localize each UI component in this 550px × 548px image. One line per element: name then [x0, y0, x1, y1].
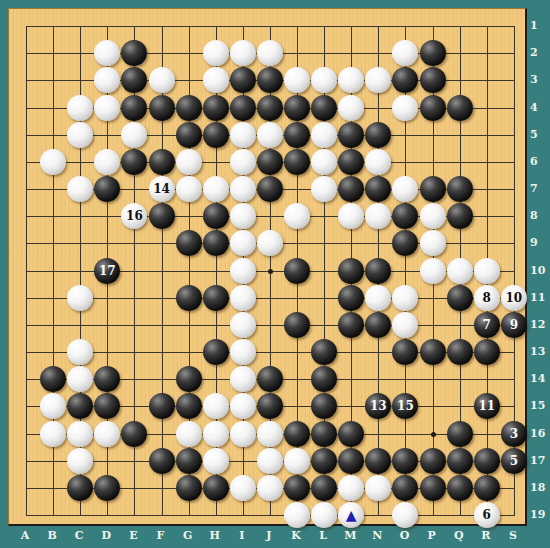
stone-O13[interactable]	[392, 339, 418, 365]
stone-K3[interactable]	[284, 67, 310, 93]
col-label-O: O	[396, 529, 412, 542]
stone-E16[interactable]	[121, 421, 147, 447]
stone-M4[interactable]	[338, 95, 364, 121]
stone-D7[interactable]	[94, 176, 120, 202]
stone-L6[interactable]	[311, 149, 337, 175]
stone-N18[interactable]	[365, 475, 391, 501]
stone-H17[interactable]	[203, 448, 229, 474]
stone-J6[interactable]	[257, 149, 283, 175]
stone-I14[interactable]	[230, 366, 256, 392]
stone-R18[interactable]	[474, 475, 500, 501]
stone-O11[interactable]	[392, 285, 418, 311]
triangle-marker: ▲	[346, 508, 357, 522]
row-label-10: 10	[530, 264, 548, 277]
stone-J7[interactable]	[257, 176, 283, 202]
stone-B16[interactable]	[40, 421, 66, 447]
stone-P2[interactable]	[420, 40, 446, 66]
stone-J16[interactable]	[257, 421, 283, 447]
stone-Q7[interactable]	[447, 176, 473, 202]
col-label-S: S	[505, 529, 521, 542]
stone-C4[interactable]	[67, 95, 93, 121]
col-label-C: C	[71, 529, 87, 542]
stone-N7[interactable]	[365, 176, 391, 202]
grid-line-horizontal	[26, 325, 515, 326]
go-board[interactable]: 1416178107913151135▲6	[8, 8, 527, 526]
move-number: 7	[483, 319, 491, 331]
stone-N10[interactable]	[365, 258, 391, 284]
row-label-8: 8	[530, 209, 548, 222]
stone-N3[interactable]	[365, 67, 391, 93]
stone-L7[interactable]	[311, 176, 337, 202]
stone-M7[interactable]	[338, 176, 364, 202]
stone-C14[interactable]	[67, 366, 93, 392]
stone-Q11[interactable]	[447, 285, 473, 311]
move-number: 6	[483, 509, 491, 521]
move-number: 8	[483, 292, 491, 304]
stone-F6[interactable]	[149, 149, 175, 175]
row-label-3: 3	[530, 73, 548, 86]
stone-J17[interactable]	[257, 448, 283, 474]
stone-J14[interactable]	[257, 366, 283, 392]
row-label-11: 11	[530, 291, 548, 304]
move-number: 9	[510, 319, 518, 331]
stone-I2[interactable]	[230, 40, 256, 66]
stone-E6[interactable]	[121, 149, 147, 175]
stone-B14[interactable]	[40, 366, 66, 392]
col-label-E: E	[125, 529, 141, 542]
move-number: 13	[370, 400, 387, 412]
stone-J9[interactable]	[257, 230, 283, 256]
move-number: 10	[506, 292, 523, 304]
stone-H3[interactable]	[203, 67, 229, 93]
stone-G18[interactable]	[176, 475, 202, 501]
stone-M19[interactable]: ▲	[338, 502, 364, 528]
stone-M10[interactable]	[338, 258, 364, 284]
stone-R19[interactable]: 6	[474, 502, 500, 528]
move-number: 5	[510, 455, 518, 467]
stone-I6[interactable]	[230, 149, 256, 175]
stone-O4[interactable]	[392, 95, 418, 121]
row-label-15: 15	[530, 399, 548, 412]
stone-K6[interactable]	[284, 149, 310, 175]
stone-G14[interactable]	[176, 366, 202, 392]
stone-M16[interactable]	[338, 421, 364, 447]
grid-line-horizontal	[26, 298, 515, 299]
stone-H18[interactable]	[203, 475, 229, 501]
stone-B15[interactable]	[40, 393, 66, 419]
stone-C7[interactable]	[67, 176, 93, 202]
stone-I5[interactable]	[230, 122, 256, 148]
stone-M12[interactable]	[338, 312, 364, 338]
stone-G5[interactable]	[176, 122, 202, 148]
stone-O7[interactable]	[392, 176, 418, 202]
stone-F15[interactable]	[149, 393, 175, 419]
star-point	[268, 269, 273, 274]
stone-Q16[interactable]	[447, 421, 473, 447]
stone-E4[interactable]	[121, 95, 147, 121]
stone-C5[interactable]	[67, 122, 93, 148]
stone-Q8[interactable]	[447, 203, 473, 229]
stone-N17[interactable]	[365, 448, 391, 474]
col-label-B: B	[44, 529, 60, 542]
stone-L19[interactable]	[311, 502, 337, 528]
stone-C13[interactable]	[67, 339, 93, 365]
stone-P13[interactable]	[420, 339, 446, 365]
stone-L13[interactable]	[311, 339, 337, 365]
stone-S17[interactable]: 5	[501, 448, 527, 474]
stone-D16[interactable]	[94, 421, 120, 447]
stone-F17[interactable]	[149, 448, 175, 474]
row-label-5: 5	[530, 128, 548, 141]
stone-E8[interactable]: 16	[121, 203, 147, 229]
star-point	[431, 432, 436, 437]
stone-K5[interactable]	[284, 122, 310, 148]
row-label-14: 14	[530, 372, 548, 385]
stone-G4[interactable]	[176, 95, 202, 121]
stone-I7[interactable]	[230, 176, 256, 202]
stone-D10[interactable]: 17	[94, 258, 120, 284]
stone-I15[interactable]	[230, 393, 256, 419]
stone-I11[interactable]	[230, 285, 256, 311]
row-label-18: 18	[530, 481, 548, 494]
stone-M6[interactable]	[338, 149, 364, 175]
col-label-N: N	[369, 529, 385, 542]
stone-S12[interactable]: 9	[501, 312, 527, 338]
stone-O3[interactable]	[392, 67, 418, 93]
stone-J3[interactable]	[257, 67, 283, 93]
stone-I8[interactable]	[230, 203, 256, 229]
stone-Q17[interactable]	[447, 448, 473, 474]
stone-L3[interactable]	[311, 67, 337, 93]
stone-Q18[interactable]	[447, 475, 473, 501]
stone-M17[interactable]	[338, 448, 364, 474]
move-number: 17	[99, 265, 116, 277]
stone-M18[interactable]	[338, 475, 364, 501]
stone-J2[interactable]	[257, 40, 283, 66]
stone-R10[interactable]	[474, 258, 500, 284]
stone-M3[interactable]	[338, 67, 364, 93]
stone-N12[interactable]	[365, 312, 391, 338]
stone-H5[interactable]	[203, 122, 229, 148]
stone-K17[interactable]	[284, 448, 310, 474]
stone-H8[interactable]	[203, 203, 229, 229]
stone-L15[interactable]	[311, 393, 337, 419]
col-label-Q: Q	[451, 529, 467, 542]
stone-O18[interactable]	[392, 475, 418, 501]
stone-F3[interactable]	[149, 67, 175, 93]
stone-C11[interactable]	[67, 285, 93, 311]
stone-O15[interactable]: 15	[392, 393, 418, 419]
stone-N8[interactable]	[365, 203, 391, 229]
stone-P8[interactable]	[420, 203, 446, 229]
row-label-13: 13	[530, 345, 548, 358]
stone-P10[interactable]	[420, 258, 446, 284]
stone-Q4[interactable]	[447, 95, 473, 121]
stone-I16[interactable]	[230, 421, 256, 447]
stone-Q10[interactable]	[447, 258, 473, 284]
stone-D15[interactable]	[94, 393, 120, 419]
stone-M11[interactable]	[338, 285, 364, 311]
stone-S11[interactable]: 10	[501, 285, 527, 311]
row-label-17: 17	[530, 454, 548, 467]
move-number: 16	[126, 210, 143, 222]
stone-P18[interactable]	[420, 475, 446, 501]
stone-G17[interactable]	[176, 448, 202, 474]
col-label-F: F	[153, 529, 169, 542]
stone-C17[interactable]	[67, 448, 93, 474]
stone-F4[interactable]	[149, 95, 175, 121]
col-label-H: H	[207, 529, 223, 542]
stone-F7[interactable]: 14	[149, 176, 175, 202]
stone-O9[interactable]	[392, 230, 418, 256]
row-label-1: 1	[530, 19, 548, 32]
stone-F8[interactable]	[149, 203, 175, 229]
stone-C18[interactable]	[67, 475, 93, 501]
col-label-I: I	[234, 529, 250, 542]
stone-H4[interactable]	[203, 95, 229, 121]
stone-P17[interactable]	[420, 448, 446, 474]
row-label-19: 19	[530, 508, 548, 521]
stone-N15[interactable]: 13	[365, 393, 391, 419]
stone-H9[interactable]	[203, 230, 229, 256]
stone-K18[interactable]	[284, 475, 310, 501]
stone-D4[interactable]	[94, 95, 120, 121]
stone-E2[interactable]	[121, 40, 147, 66]
stone-J15[interactable]	[257, 393, 283, 419]
stone-G15[interactable]	[176, 393, 202, 419]
stone-P4[interactable]	[420, 95, 446, 121]
stone-S16[interactable]: 3	[501, 421, 527, 447]
stone-C15[interactable]	[67, 393, 93, 419]
stone-O2[interactable]	[392, 40, 418, 66]
stone-R17[interactable]	[474, 448, 500, 474]
stone-D6[interactable]	[94, 149, 120, 175]
stone-I9[interactable]	[230, 230, 256, 256]
stone-R13[interactable]	[474, 339, 500, 365]
stone-O17[interactable]	[392, 448, 418, 474]
stone-L5[interactable]	[311, 122, 337, 148]
stone-I12[interactable]	[230, 312, 256, 338]
stone-I10[interactable]	[230, 258, 256, 284]
row-label-4: 4	[530, 101, 548, 114]
stone-D14[interactable]	[94, 366, 120, 392]
stone-H7[interactable]	[203, 176, 229, 202]
col-label-D: D	[98, 529, 114, 542]
stone-I4[interactable]	[230, 95, 256, 121]
stone-K16[interactable]	[284, 421, 310, 447]
stone-H15[interactable]	[203, 393, 229, 419]
stone-P7[interactable]	[420, 176, 446, 202]
move-number: 14	[153, 183, 170, 195]
stone-D18[interactable]	[94, 475, 120, 501]
col-label-R: R	[478, 529, 494, 542]
stone-L14[interactable]	[311, 366, 337, 392]
stone-G16[interactable]	[176, 421, 202, 447]
stone-E5[interactable]	[121, 122, 147, 148]
stone-R11[interactable]: 8	[474, 285, 500, 311]
stone-H16[interactable]	[203, 421, 229, 447]
grid-line-horizontal	[26, 515, 515, 516]
row-label-9: 9	[530, 236, 548, 249]
col-label-J: J	[261, 529, 277, 542]
row-label-7: 7	[530, 182, 548, 195]
row-label-6: 6	[530, 155, 548, 168]
col-label-P: P	[424, 529, 440, 542]
row-label-2: 2	[530, 46, 548, 59]
stone-O12[interactable]	[392, 312, 418, 338]
stone-Q13[interactable]	[447, 339, 473, 365]
row-label-12: 12	[530, 318, 548, 331]
stone-R12[interactable]: 7	[474, 312, 500, 338]
stone-G11[interactable]	[176, 285, 202, 311]
stone-L17[interactable]	[311, 448, 337, 474]
stone-C16[interactable]	[67, 421, 93, 447]
stone-B6[interactable]	[40, 149, 66, 175]
stone-O8[interactable]	[392, 203, 418, 229]
stone-K8[interactable]	[284, 203, 310, 229]
stone-N6[interactable]	[365, 149, 391, 175]
go-diagram-page: { "game": "go", "board_size": 19, "notes…	[0, 0, 550, 548]
col-label-M: M	[342, 529, 358, 542]
move-number: 3	[510, 428, 518, 440]
stone-H11[interactable]	[203, 285, 229, 311]
col-label-K: K	[288, 529, 304, 542]
stone-M5[interactable]	[338, 122, 364, 148]
move-number: 11	[478, 400, 495, 412]
stone-G6[interactable]	[176, 149, 202, 175]
stone-I18[interactable]	[230, 475, 256, 501]
stone-G9[interactable]	[176, 230, 202, 256]
col-label-G: G	[180, 529, 196, 542]
stone-N5[interactable]	[365, 122, 391, 148]
stone-I3[interactable]	[230, 67, 256, 93]
row-label-16: 16	[530, 427, 548, 440]
stone-M8[interactable]	[338, 203, 364, 229]
stone-J4[interactable]	[257, 95, 283, 121]
stone-D3[interactable]	[94, 67, 120, 93]
stone-K19[interactable]	[284, 502, 310, 528]
stone-P9[interactable]	[420, 230, 446, 256]
stone-L16[interactable]	[311, 421, 337, 447]
stone-J18[interactable]	[257, 475, 283, 501]
stone-K12[interactable]	[284, 312, 310, 338]
col-label-L: L	[315, 529, 331, 542]
stone-L18[interactable]	[311, 475, 337, 501]
stone-N11[interactable]	[365, 285, 391, 311]
stone-I13[interactable]	[230, 339, 256, 365]
stone-J5[interactable]	[257, 122, 283, 148]
stone-P3[interactable]	[420, 67, 446, 93]
stone-L4[interactable]	[311, 95, 337, 121]
stone-H2[interactable]	[203, 40, 229, 66]
stone-K10[interactable]	[284, 258, 310, 284]
stone-O19[interactable]	[392, 502, 418, 528]
stone-H13[interactable]	[203, 339, 229, 365]
stone-G7[interactable]	[176, 176, 202, 202]
stone-E3[interactable]	[121, 67, 147, 93]
stone-R15[interactable]: 11	[474, 393, 500, 419]
col-label-A: A	[17, 529, 33, 542]
stone-D2[interactable]	[94, 40, 120, 66]
move-number: 15	[397, 400, 414, 412]
stone-K4[interactable]	[284, 95, 310, 121]
